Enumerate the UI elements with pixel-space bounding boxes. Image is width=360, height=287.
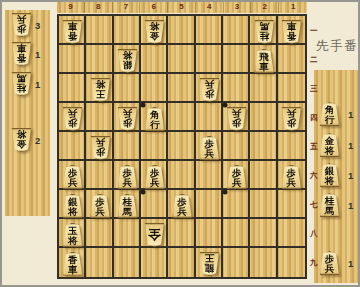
board-square-8-2[interactable] — [86, 45, 113, 74]
rank-label-5: 五 — [310, 143, 318, 151]
board-square-9-5[interactable] — [59, 132, 86, 161]
file-label-2: 2 — [251, 2, 279, 13]
board-piece-1-4[interactable]: 歩兵 — [281, 107, 302, 131]
board-square-1-5[interactable] — [278, 132, 305, 161]
board-square-3-1[interactable] — [223, 16, 250, 45]
piece-face: 全 — [144, 223, 165, 247]
piece-face: 桂馬 — [319, 193, 340, 217]
board-square-5-3[interactable] — [168, 74, 195, 103]
board-square-7-1[interactable] — [114, 16, 141, 45]
board-square-1-8[interactable] — [278, 219, 305, 248]
board-square-1-9[interactable] — [278, 248, 305, 277]
gote-hand-piece-1[interactable]: 歩兵 — [11, 13, 32, 37]
piece-face: 歩兵 — [144, 165, 165, 189]
board-piece-9-9[interactable]: 香車 — [62, 252, 83, 276]
piece-face: 龍王 — [199, 252, 220, 276]
file-label-9: 9 — [57, 2, 85, 13]
file-coordinate-bar: 987654321 — [57, 2, 307, 13]
piece-face: 歩兵 — [226, 107, 247, 131]
board-square-8-8[interactable] — [86, 219, 113, 248]
board-square-4-1[interactable] — [196, 16, 223, 45]
board-square-1-2[interactable] — [278, 45, 305, 74]
board-square-3-9[interactable] — [223, 248, 250, 277]
board-square-2-5[interactable] — [250, 132, 277, 161]
piece-face: 桂馬 — [117, 194, 138, 218]
board-square-4-4[interactable] — [196, 103, 223, 132]
piece-face: 歩兵 — [199, 78, 220, 102]
board-square-5-9[interactable] — [168, 248, 195, 277]
board-square-4-2[interactable] — [196, 45, 223, 74]
board-piece-7-7[interactable]: 桂馬 — [117, 194, 138, 218]
board-square-7-8[interactable] — [114, 219, 141, 248]
piece-face: 歩兵 — [62, 165, 83, 189]
board-piece-9-1[interactable]: 香車 — [62, 20, 83, 44]
piece-face: 香車 — [62, 20, 83, 44]
file-label-5: 5 — [168, 2, 196, 13]
board-piece-6-8[interactable]: 全 — [144, 223, 165, 247]
piece-face: 歩兵 — [90, 194, 111, 218]
shogi-app-window: 987654321 先手番 一二三四五六七八九香車金将桂馬香車銀将飛車王将歩兵歩… — [0, 0, 360, 287]
file-label-8: 8 — [85, 2, 113, 13]
board-piece-9-7[interactable]: 銀将 — [62, 194, 83, 218]
piece-face: 金将 — [319, 133, 340, 157]
board-piece-2-2[interactable]: 飛車 — [254, 49, 275, 73]
piece-face: 歩兵 — [117, 107, 138, 131]
piece-face: 歩兵 — [199, 136, 220, 160]
star-point — [223, 190, 228, 195]
piece-face: 玉将 — [62, 223, 83, 247]
board-piece-2-1[interactable]: 桂馬 — [254, 20, 275, 44]
piece-face: 金将 — [144, 20, 165, 44]
piece-face: 香車 — [281, 20, 302, 44]
board-square-6-5[interactable] — [141, 132, 168, 161]
board-square-3-7[interactable] — [223, 190, 250, 219]
sente-hand-count-4: 1 — [348, 200, 353, 211]
file-label-7: 7 — [113, 2, 141, 13]
piece-face: 桂馬 — [11, 72, 32, 96]
sente-hand-piece-4[interactable]: 桂馬 — [319, 193, 340, 217]
board-square-5-8[interactable] — [168, 219, 195, 248]
board-square-5-6[interactable] — [168, 161, 195, 190]
board-square-6-3[interactable] — [141, 74, 168, 103]
board-square-5-5[interactable] — [168, 132, 195, 161]
piece-face: 歩兵 — [62, 107, 83, 131]
board-square-2-4[interactable] — [250, 103, 277, 132]
board-piece-8-7[interactable]: 歩兵 — [90, 194, 111, 218]
piece-face: 歩兵 — [117, 165, 138, 189]
rank-label-8: 八 — [310, 230, 318, 238]
board-piece-6-6[interactable]: 歩兵 — [144, 165, 165, 189]
board-square-4-7[interactable] — [196, 190, 223, 219]
rank-label-2: 二 — [310, 56, 318, 64]
gote-hand-count-4: 2 — [35, 135, 40, 146]
board-square-5-4[interactable] — [168, 103, 195, 132]
board-square-2-9[interactable] — [250, 248, 277, 277]
board-piece-1-6[interactable]: 歩兵 — [281, 165, 302, 189]
rank-label-6: 六 — [310, 172, 318, 180]
board-square-7-3[interactable] — [114, 74, 141, 103]
gote-hand-piece-2[interactable]: 香車 — [11, 42, 32, 66]
sente-hand-count-2: 1 — [348, 140, 353, 151]
board-piece-6-4[interactable]: 角行 — [144, 107, 165, 131]
board-piece-6-1[interactable]: 金将 — [144, 20, 165, 44]
rank-label-7: 七 — [310, 201, 318, 209]
piece-face: 歩兵 — [319, 251, 340, 275]
board-piece-3-6[interactable]: 歩兵 — [226, 165, 247, 189]
sente-hand-piece-5[interactable]: 歩兵 — [319, 251, 340, 275]
board-square-7-5[interactable] — [114, 132, 141, 161]
board-square-1-3[interactable] — [278, 74, 305, 103]
piece-face: 銀将 — [319, 163, 340, 187]
piece-face: 金将 — [11, 128, 32, 152]
piece-face: 角行 — [144, 107, 165, 131]
rank-label-9: 九 — [310, 259, 318, 267]
board-piece-7-4[interactable]: 歩兵 — [117, 107, 138, 131]
piece-face: 桂馬 — [254, 20, 275, 44]
piece-face: 角行 — [319, 102, 340, 126]
piece-face: 歩兵 — [172, 194, 193, 218]
board-piece-4-3[interactable]: 歩兵 — [199, 78, 220, 102]
board-square-5-1[interactable] — [168, 16, 195, 45]
board-piece-9-8[interactable]: 玉将 — [62, 223, 83, 247]
board-square-2-7[interactable] — [250, 190, 277, 219]
board-piece-5-7[interactable]: 歩兵 — [172, 194, 193, 218]
board-piece-1-1[interactable]: 香車 — [281, 20, 302, 44]
board-square-8-9[interactable] — [86, 248, 113, 277]
sente-hand-count-1: 1 — [348, 109, 353, 120]
board-square-8-6[interactable] — [86, 161, 113, 190]
piece-face: 歩兵 — [281, 107, 302, 131]
rank-label-1: 一 — [310, 27, 318, 35]
board-square-2-6[interactable] — [250, 161, 277, 190]
board-piece-8-3[interactable]: 王将 — [90, 78, 111, 102]
board-piece-4-9[interactable]: 龍王 — [199, 252, 220, 276]
piece-face: 王将 — [90, 78, 111, 102]
gote-hand-piece-4[interactable]: 金将 — [11, 128, 32, 152]
gote-hand-piece-3[interactable]: 桂馬 — [11, 72, 32, 96]
file-label-3: 3 — [224, 2, 252, 13]
board-piece-7-2[interactable]: 銀将 — [117, 49, 138, 73]
board-square-1-7[interactable] — [278, 190, 305, 219]
gote-hand-count-2: 1 — [35, 49, 40, 60]
board-piece-9-4[interactable]: 歩兵 — [62, 107, 83, 131]
board-square-3-3[interactable] — [223, 74, 250, 103]
rank-label-4: 四 — [310, 114, 318, 122]
rank-label-3: 三 — [310, 85, 318, 93]
piece-face: 歩兵 — [226, 165, 247, 189]
board-square-6-9[interactable] — [141, 248, 168, 277]
board-square-3-8[interactable] — [223, 219, 250, 248]
file-label-1: 1 — [279, 2, 307, 13]
board-square-7-9[interactable] — [114, 248, 141, 277]
board-piece-4-5[interactable]: 歩兵 — [199, 136, 220, 160]
sente-hand-piece-3[interactable]: 銀将 — [319, 163, 340, 187]
sente-hand-count-3: 1 — [348, 170, 353, 181]
piece-face: 歩兵 — [11, 13, 32, 37]
turn-indicator: 先手番 — [316, 38, 360, 55]
board-square-3-2[interactable] — [223, 45, 250, 74]
sente-hand-count-5: 1 — [348, 258, 353, 269]
piece-face: 歩兵 — [281, 165, 302, 189]
piece-face: 香車 — [62, 252, 83, 276]
piece-face: 飛車 — [254, 49, 275, 73]
board-square-8-4[interactable] — [86, 103, 113, 132]
board-square-2-8[interactable] — [250, 219, 277, 248]
gote-hand-count-3: 1 — [35, 79, 40, 90]
board-piece-9-6[interactable]: 歩兵 — [62, 165, 83, 189]
board-square-8-1[interactable] — [86, 16, 113, 45]
piece-face: 銀将 — [62, 194, 83, 218]
file-label-4: 4 — [196, 2, 224, 13]
piece-face: 銀将 — [117, 49, 138, 73]
board-square-9-2[interactable] — [59, 45, 86, 74]
board-square-6-7[interactable] — [141, 190, 168, 219]
board-square-4-6[interactable] — [196, 161, 223, 190]
board-square-6-2[interactable] — [141, 45, 168, 74]
board-piece-8-5[interactable]: 歩兵 — [90, 136, 111, 160]
board-piece-3-4[interactable]: 歩兵 — [226, 107, 247, 131]
piece-face: 香車 — [11, 42, 32, 66]
board-square-5-2[interactable] — [168, 45, 195, 74]
piece-face: 歩兵 — [90, 136, 111, 160]
board-square-3-5[interactable] — [223, 132, 250, 161]
sente-hand-piece-1[interactable]: 角行 — [319, 102, 340, 126]
gote-hand-count-1: 3 — [35, 20, 40, 31]
gote-captured-stand — [5, 10, 50, 216]
board-square-4-8[interactable] — [196, 219, 223, 248]
board-piece-7-6[interactable]: 歩兵 — [117, 165, 138, 189]
sente-hand-piece-2[interactable]: 金将 — [319, 133, 340, 157]
board-square-9-3[interactable] — [59, 74, 86, 103]
board-square-2-3[interactable] — [250, 74, 277, 103]
file-label-6: 6 — [140, 2, 168, 13]
star-point — [141, 190, 146, 195]
